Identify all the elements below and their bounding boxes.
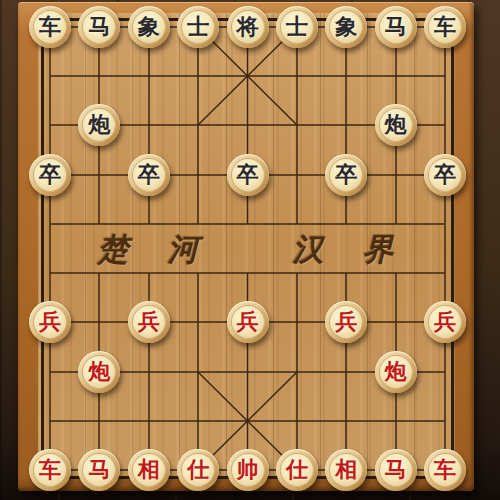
piece-label: 相 <box>335 459 357 481</box>
piece-face: 帅 <box>231 453 265 487</box>
piece-face: 车 <box>33 10 67 44</box>
piece-face: 兵 <box>33 305 67 339</box>
piece-label: 炮 <box>385 361 407 383</box>
piece-label: 兵 <box>138 311 160 333</box>
piece-black-elephant[interactable]: 象 <box>128 6 170 48</box>
piece-face: 卒 <box>329 158 363 192</box>
piece-label: 将 <box>237 16 259 38</box>
piece-black-cannon[interactable]: 炮 <box>375 104 417 146</box>
piece-black-general[interactable]: 将 <box>227 6 269 48</box>
piece-face: 象 <box>132 10 166 44</box>
piece-red-soldier[interactable]: 兵 <box>424 301 466 343</box>
piece-red-soldier[interactable]: 兵 <box>128 301 170 343</box>
piece-label: 车 <box>434 459 456 481</box>
piece-black-soldier[interactable]: 卒 <box>424 154 466 196</box>
piece-label: 士 <box>286 16 308 38</box>
piece-label: 卒 <box>335 164 357 186</box>
piece-face: 卒 <box>33 158 67 192</box>
piece-red-advisor[interactable]: 仕 <box>276 449 318 491</box>
piece-face: 兵 <box>132 305 166 339</box>
piece-label: 卒 <box>39 164 61 186</box>
piece-red-chariot[interactable]: 车 <box>424 449 466 491</box>
piece-face: 马 <box>379 453 413 487</box>
piece-red-chariot[interactable]: 车 <box>29 449 71 491</box>
piece-red-elephant[interactable]: 相 <box>325 449 367 491</box>
piece-red-cannon[interactable]: 炮 <box>375 351 417 393</box>
piece-label: 车 <box>434 16 456 38</box>
piece-red-soldier[interactable]: 兵 <box>29 301 71 343</box>
piece-label: 车 <box>39 459 61 481</box>
piece-label: 卒 <box>434 164 456 186</box>
piece-black-chariot[interactable]: 车 <box>424 6 466 48</box>
piece-face: 兵 <box>428 305 462 339</box>
piece-face: 兵 <box>231 305 265 339</box>
piece-label: 炮 <box>385 114 407 136</box>
piece-label: 马 <box>385 16 407 38</box>
river-label-left: 楚 河 <box>84 229 213 271</box>
piece-label: 车 <box>39 16 61 38</box>
piece-face: 士 <box>181 10 215 44</box>
piece-red-general[interactable]: 帅 <box>227 449 269 491</box>
piece-face: 象 <box>329 10 363 44</box>
piece-black-soldier[interactable]: 卒 <box>227 154 269 196</box>
piece-face: 兵 <box>329 305 363 339</box>
piece-label: 马 <box>88 16 110 38</box>
piece-label: 卒 <box>138 164 160 186</box>
river-label-right: 汉 界 <box>279 229 408 271</box>
piece-face: 卒 <box>132 158 166 192</box>
piece-face: 车 <box>428 10 462 44</box>
piece-red-soldier[interactable]: 兵 <box>227 301 269 343</box>
piece-red-cannon[interactable]: 炮 <box>78 351 120 393</box>
piece-label: 兵 <box>434 311 456 333</box>
piece-face: 马 <box>82 453 116 487</box>
piece-face: 马 <box>82 10 116 44</box>
piece-label: 象 <box>335 16 357 38</box>
piece-label: 兵 <box>237 311 259 333</box>
piece-red-elephant[interactable]: 相 <box>128 449 170 491</box>
piece-face: 车 <box>33 453 67 487</box>
piece-face: 卒 <box>428 158 462 192</box>
piece-face: 炮 <box>82 355 116 389</box>
piece-label: 士 <box>187 16 209 38</box>
piece-label: 马 <box>385 459 407 481</box>
piece-black-horse[interactable]: 马 <box>375 6 417 48</box>
piece-label: 兵 <box>335 311 357 333</box>
piece-black-soldier[interactable]: 卒 <box>325 154 367 196</box>
piece-face: 车 <box>428 453 462 487</box>
piece-face: 将 <box>231 10 265 44</box>
piece-black-soldier[interactable]: 卒 <box>128 154 170 196</box>
piece-face: 卒 <box>231 158 265 192</box>
app-background: 楚 河 汉 界 车马象士将士象马车炮炮卒卒卒卒卒兵兵兵兵兵炮炮车马相仕帅仕相马车 <box>0 0 500 500</box>
piece-red-advisor[interactable]: 仕 <box>177 449 219 491</box>
piece-label: 仕 <box>286 459 308 481</box>
piece-black-advisor[interactable]: 士 <box>177 6 219 48</box>
piece-face: 马 <box>379 10 413 44</box>
piece-label: 相 <box>138 459 160 481</box>
piece-black-advisor[interactable]: 士 <box>276 6 318 48</box>
piece-red-horse[interactable]: 马 <box>375 449 417 491</box>
piece-label: 仕 <box>187 459 209 481</box>
piece-face: 仕 <box>181 453 215 487</box>
piece-face: 相 <box>329 453 363 487</box>
piece-label: 卒 <box>237 164 259 186</box>
piece-face: 士 <box>280 10 314 44</box>
piece-label: 炮 <box>88 361 110 383</box>
piece-black-elephant[interactable]: 象 <box>325 6 367 48</box>
piece-face: 炮 <box>379 108 413 142</box>
piece-face: 相 <box>132 453 166 487</box>
piece-label: 马 <box>88 459 110 481</box>
piece-face: 炮 <box>82 108 116 142</box>
piece-label: 炮 <box>88 114 110 136</box>
piece-black-chariot[interactable]: 车 <box>29 6 71 48</box>
piece-label: 帅 <box>237 459 259 481</box>
piece-face: 炮 <box>379 355 413 389</box>
piece-black-soldier[interactable]: 卒 <box>29 154 71 196</box>
piece-label: 兵 <box>39 311 61 333</box>
piece-face: 仕 <box>280 453 314 487</box>
piece-label: 象 <box>138 16 160 38</box>
